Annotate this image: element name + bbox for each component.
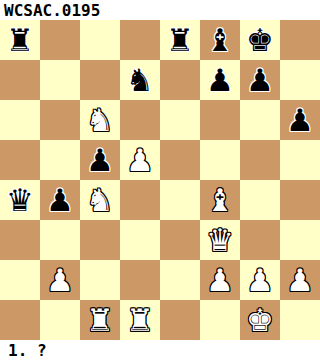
- square-e2[interactable]: [160, 260, 200, 300]
- black-queen: ♛: [0, 180, 40, 220]
- white-rook: ♜: [120, 300, 160, 340]
- title-bar: WCSAC.0195: [0, 0, 320, 20]
- square-f2[interactable]: ♟: [200, 260, 240, 300]
- square-e5[interactable]: [160, 140, 200, 180]
- square-a6[interactable]: [0, 100, 40, 140]
- square-e6[interactable]: [160, 100, 200, 140]
- square-g6[interactable]: [240, 100, 280, 140]
- square-a4[interactable]: ♛: [0, 180, 40, 220]
- square-f3[interactable]: ♛: [200, 220, 240, 260]
- white-pawn: ♟: [280, 260, 320, 300]
- white-knight: ♞: [80, 100, 120, 140]
- square-h1[interactable]: [280, 300, 320, 340]
- black-pawn: ♟: [280, 100, 320, 140]
- square-f7[interactable]: ♟: [200, 60, 240, 100]
- square-a1[interactable]: [0, 300, 40, 340]
- square-f6[interactable]: [200, 100, 240, 140]
- square-h5[interactable]: [280, 140, 320, 180]
- white-rook: ♜: [80, 300, 120, 340]
- square-g1[interactable]: ♚: [240, 300, 280, 340]
- black-pawn: ♟: [200, 60, 240, 100]
- square-c6[interactable]: ♞: [80, 100, 120, 140]
- move-prompt: 1. ?: [8, 341, 47, 360]
- square-e8[interactable]: ♜: [160, 20, 200, 60]
- square-h6[interactable]: ♟: [280, 100, 320, 140]
- square-a3[interactable]: [0, 220, 40, 260]
- square-g7[interactable]: ♟: [240, 60, 280, 100]
- square-g2[interactable]: ♟: [240, 260, 280, 300]
- white-pawn: ♟: [200, 260, 240, 300]
- square-e4[interactable]: [160, 180, 200, 220]
- black-king: ♚: [240, 20, 280, 60]
- square-g8[interactable]: ♚: [240, 20, 280, 60]
- square-c4[interactable]: ♞: [80, 180, 120, 220]
- square-f1[interactable]: [200, 300, 240, 340]
- square-c8[interactable]: [80, 20, 120, 60]
- square-d7[interactable]: ♞: [120, 60, 160, 100]
- square-d6[interactable]: [120, 100, 160, 140]
- square-g3[interactable]: [240, 220, 280, 260]
- square-b6[interactable]: [40, 100, 80, 140]
- square-b1[interactable]: [40, 300, 80, 340]
- square-f5[interactable]: [200, 140, 240, 180]
- square-d2[interactable]: [120, 260, 160, 300]
- square-f4[interactable]: ♝: [200, 180, 240, 220]
- square-a2[interactable]: [0, 260, 40, 300]
- square-a8[interactable]: ♜: [0, 20, 40, 60]
- square-c7[interactable]: [80, 60, 120, 100]
- white-bishop: ♝: [200, 180, 240, 220]
- chess-app: WCSAC.0195 ♜♜♝♚♞♟♟♞♟♟♟♛♟♞♝♛♟♟♟♟♜♜♚ 1. ?: [0, 0, 320, 360]
- square-f8[interactable]: ♝: [200, 20, 240, 60]
- square-b3[interactable]: [40, 220, 80, 260]
- white-king: ♚: [240, 300, 280, 340]
- page-title: WCSAC.0195: [4, 1, 100, 20]
- black-knight: ♞: [120, 60, 160, 100]
- white-knight: ♞: [80, 180, 120, 220]
- chess-board: ♜♜♝♚♞♟♟♞♟♟♟♛♟♞♝♛♟♟♟♟♜♜♚: [0, 20, 320, 340]
- square-g5[interactable]: [240, 140, 280, 180]
- square-e7[interactable]: [160, 60, 200, 100]
- square-h8[interactable]: [280, 20, 320, 60]
- square-e1[interactable]: [160, 300, 200, 340]
- square-c5[interactable]: ♟: [80, 140, 120, 180]
- square-c1[interactable]: ♜: [80, 300, 120, 340]
- square-a7[interactable]: [0, 60, 40, 100]
- white-pawn: ♟: [40, 260, 80, 300]
- square-d8[interactable]: [120, 20, 160, 60]
- white-queen: ♛: [200, 220, 240, 260]
- square-h4[interactable]: [280, 180, 320, 220]
- square-d1[interactable]: ♜: [120, 300, 160, 340]
- black-pawn: ♟: [80, 140, 120, 180]
- square-b4[interactable]: ♟: [40, 180, 80, 220]
- white-pawn: ♟: [240, 260, 280, 300]
- square-b2[interactable]: ♟: [40, 260, 80, 300]
- square-e3[interactable]: [160, 220, 200, 260]
- square-c2[interactable]: [80, 260, 120, 300]
- black-pawn: ♟: [40, 180, 80, 220]
- square-d4[interactable]: [120, 180, 160, 220]
- square-b5[interactable]: [40, 140, 80, 180]
- white-pawn: ♟: [120, 140, 160, 180]
- square-b8[interactable]: [40, 20, 80, 60]
- square-g4[interactable]: [240, 180, 280, 220]
- square-h7[interactable]: [280, 60, 320, 100]
- square-c3[interactable]: [80, 220, 120, 260]
- square-h3[interactable]: [280, 220, 320, 260]
- status-bar: 1. ?: [0, 340, 320, 360]
- black-bishop: ♝: [200, 20, 240, 60]
- black-rook: ♜: [160, 20, 200, 60]
- square-h2[interactable]: ♟: [280, 260, 320, 300]
- black-pawn: ♟: [240, 60, 280, 100]
- black-rook: ♜: [0, 20, 40, 60]
- square-a5[interactable]: [0, 140, 40, 180]
- square-d3[interactable]: [120, 220, 160, 260]
- square-b7[interactable]: [40, 60, 80, 100]
- square-d5[interactable]: ♟: [120, 140, 160, 180]
